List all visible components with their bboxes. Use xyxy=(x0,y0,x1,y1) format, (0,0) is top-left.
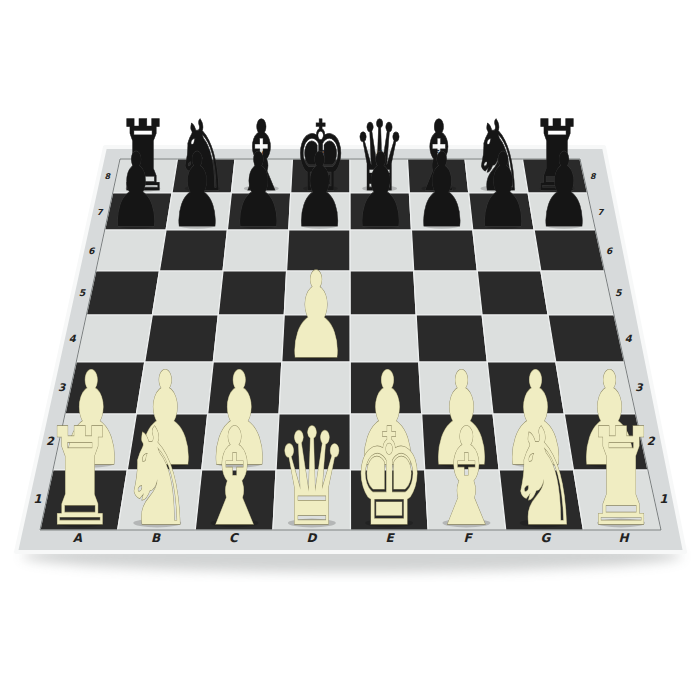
piece-black-pawn-g7[interactable]: ♟ xyxy=(476,132,531,251)
piece-black-pawn-c7[interactable]: ♟ xyxy=(231,132,286,251)
piece-black-pawn-e7[interactable]: ♟ xyxy=(353,132,408,251)
square-f5[interactable] xyxy=(414,271,482,315)
piece-white-pawn-d4[interactable]: ♟ xyxy=(284,247,348,386)
piece-white-bishop-c1[interactable]: ♝ xyxy=(199,399,271,556)
square-e5[interactable] xyxy=(350,271,416,315)
piece-white-knight-g1[interactable]: ♞ xyxy=(508,399,580,556)
piece-white-king-e1[interactable]: ♚ xyxy=(353,399,425,556)
piece-black-pawn-a7[interactable]: ♟ xyxy=(109,132,164,251)
chessboard: AA11BB22CC33DD44EE55FF66GG77HH88♜♞♝♚♛♝♞♜… xyxy=(0,0,700,700)
piece-white-rook-h1[interactable]: ♜ xyxy=(585,399,657,556)
piece-white-rook-a1[interactable]: ♜ xyxy=(44,399,116,556)
rank-label-right-1: 1 xyxy=(659,492,667,506)
rank-label-right-6: 6 xyxy=(606,246,613,256)
piece-white-knight-b1[interactable]: ♞ xyxy=(121,399,193,556)
piece-black-pawn-b7[interactable]: ♟ xyxy=(170,132,225,251)
square-b5[interactable] xyxy=(152,271,223,315)
piece-black-pawn-h7[interactable]: ♟ xyxy=(537,132,592,251)
rank-label-left-1: 1 xyxy=(33,492,41,506)
square-g5[interactable] xyxy=(477,271,548,315)
square-h5[interactable] xyxy=(541,271,614,315)
piece-black-pawn-d7[interactable]: ♟ xyxy=(292,132,347,251)
piece-white-queen-d1[interactable]: ♛ xyxy=(276,399,348,556)
square-a5[interactable] xyxy=(86,271,159,315)
rank-label-right-4: 4 xyxy=(625,333,633,344)
piece-black-pawn-f7[interactable]: ♟ xyxy=(414,132,469,251)
piece-white-bishop-f1[interactable]: ♝ xyxy=(431,399,503,556)
rank-label-left-6: 6 xyxy=(88,246,95,256)
photo-stage: AA11BB22CC33DD44EE55FF66GG77HH88♜♞♝♚♛♝♞♜… xyxy=(0,0,700,700)
rank-label-left-4: 4 xyxy=(69,333,77,344)
square-c5[interactable] xyxy=(218,271,286,315)
